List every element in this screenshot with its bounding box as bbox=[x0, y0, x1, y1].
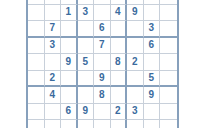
sudoku-cell-r6c6[interactable] bbox=[111, 71, 128, 88]
sudoku-cell-r5c2[interactable] bbox=[45, 54, 62, 71]
sudoku-cell-r4c8: 6 bbox=[144, 38, 161, 55]
sudoku-cell-r7c7[interactable] bbox=[127, 87, 144, 104]
sudoku-cell-r5c3: 9 bbox=[61, 54, 78, 71]
sudoku-cell-r9c3[interactable] bbox=[61, 120, 78, 128]
sudoku-cell-r8c9[interactable] bbox=[160, 104, 177, 121]
sudoku-cell-r5c1[interactable] bbox=[28, 54, 45, 71]
sudoku-cell-r3c1[interactable] bbox=[28, 21, 45, 38]
sudoku-cell-r7c9[interactable] bbox=[160, 87, 177, 104]
sudoku-cell-r6c5: 9 bbox=[94, 71, 111, 88]
sudoku-cell-r7c3[interactable] bbox=[61, 87, 78, 104]
sudoku-cell-r7c6[interactable] bbox=[111, 87, 128, 104]
sudoku-cell-r6c2: 2 bbox=[45, 71, 62, 88]
sudoku-cell-r5c5[interactable] bbox=[94, 54, 111, 71]
sudoku-cell-r9c1[interactable] bbox=[28, 120, 45, 128]
sudoku-cell-r2c2[interactable] bbox=[45, 5, 62, 22]
sudoku-cell-r7c8: 9 bbox=[144, 87, 161, 104]
sudoku-cell-r8c6: 2 bbox=[111, 104, 128, 121]
sudoku-cell-r4c1[interactable] bbox=[28, 38, 45, 55]
sudoku-cell-r6c8: 5 bbox=[144, 71, 161, 88]
sudoku-cell-r7c1[interactable] bbox=[28, 87, 45, 104]
sudoku-cell-r9c2[interactable] bbox=[45, 120, 62, 128]
sudoku-cell-r8c1[interactable] bbox=[28, 104, 45, 121]
sudoku-cell-r2c5[interactable] bbox=[94, 5, 111, 22]
sudoku-cell-r8c5[interactable] bbox=[94, 104, 111, 121]
sudoku-cell-r6c9[interactable] bbox=[160, 71, 177, 88]
sudoku-cell-r4c5: 7 bbox=[94, 38, 111, 55]
sudoku-cell-r4c6[interactable] bbox=[111, 38, 128, 55]
sudoku-grid: 134976337695822954896923 bbox=[26, 0, 179, 128]
sudoku-cell-r7c5: 8 bbox=[94, 87, 111, 104]
sudoku-cell-r9c7[interactable] bbox=[127, 120, 144, 128]
sudoku-cell-r6c3[interactable] bbox=[61, 71, 78, 88]
sudoku-cell-r2c4: 3 bbox=[78, 5, 95, 22]
sudoku-cell-r3c3[interactable] bbox=[61, 21, 78, 38]
sudoku-cell-r3c5: 6 bbox=[94, 21, 111, 38]
sudoku-cell-r9c5[interactable] bbox=[94, 120, 111, 128]
sudoku-cell-r9c9[interactable] bbox=[160, 120, 177, 128]
sudoku-cell-r6c4[interactable] bbox=[78, 71, 95, 88]
sudoku-cell-r5c9[interactable] bbox=[160, 54, 177, 71]
sudoku-cell-r2c8[interactable] bbox=[144, 5, 161, 22]
sudoku-cell-r2c7: 9 bbox=[127, 5, 144, 22]
sudoku-cell-r2c9[interactable] bbox=[160, 5, 177, 22]
sudoku-cell-r5c4: 5 bbox=[78, 54, 95, 71]
sudoku-cell-r3c6[interactable] bbox=[111, 21, 128, 38]
sudoku-cell-r4c9[interactable] bbox=[160, 38, 177, 55]
sudoku-cell-r4c2: 3 bbox=[45, 38, 62, 55]
sudoku-cell-r4c3[interactable] bbox=[61, 38, 78, 55]
sudoku-cell-r4c7[interactable] bbox=[127, 38, 144, 55]
sudoku-cell-r9c6[interactable] bbox=[111, 120, 128, 128]
sudoku-cell-r5c7: 2 bbox=[127, 54, 144, 71]
sudoku-cell-r9c4[interactable] bbox=[78, 120, 95, 128]
sudoku-cell-r2c3: 1 bbox=[61, 5, 78, 22]
sudoku-cell-r4c4[interactable] bbox=[78, 38, 95, 55]
sudoku-cell-r5c6: 8 bbox=[111, 54, 128, 71]
sudoku-cell-r7c2: 4 bbox=[45, 87, 62, 104]
sudoku-cell-r8c3: 6 bbox=[61, 104, 78, 121]
sudoku-cell-r6c1[interactable] bbox=[28, 71, 45, 88]
sudoku-cell-r8c7: 3 bbox=[127, 104, 144, 121]
sudoku-cell-r8c2[interactable] bbox=[45, 104, 62, 121]
sudoku-cell-r7c4[interactable] bbox=[78, 87, 95, 104]
sudoku-cell-r3c4[interactable] bbox=[78, 21, 95, 38]
sudoku-board-viewport: 134976337695822954896923 bbox=[0, 0, 205, 128]
sudoku-cell-r3c2: 7 bbox=[45, 21, 62, 38]
sudoku-cell-r9c8[interactable] bbox=[144, 120, 161, 128]
sudoku-cell-r5c8[interactable] bbox=[144, 54, 161, 71]
sudoku-cell-r2c6: 4 bbox=[111, 5, 128, 22]
sudoku-cell-r2c1[interactable] bbox=[28, 5, 45, 22]
sudoku-cell-r8c4: 9 bbox=[78, 104, 95, 121]
sudoku-cell-r3c8: 3 bbox=[144, 21, 161, 38]
sudoku-cell-r3c7[interactable] bbox=[127, 21, 144, 38]
sudoku-cell-r6c7[interactable] bbox=[127, 71, 144, 88]
sudoku-cell-r3c9[interactable] bbox=[160, 21, 177, 38]
sudoku-cell-r8c8[interactable] bbox=[144, 104, 161, 121]
